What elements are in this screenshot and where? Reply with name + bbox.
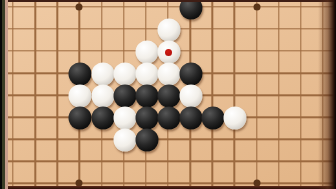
intersection-8-11[interactable] [157, 150, 179, 172]
intersection-4-7[interactable] [68, 62, 90, 84]
intersection-5-6[interactable] [90, 40, 112, 62]
white-stone [91, 63, 114, 86]
intersection-10-11[interactable] [201, 150, 223, 172]
black-stone [180, 63, 203, 86]
intersection-8-10[interactable] [157, 128, 179, 150]
intersection-11-4[interactable] [223, 0, 245, 18]
intersection-13-5[interactable] [268, 18, 290, 40]
intersection-3-7[interactable] [46, 62, 68, 84]
intersection-3-5[interactable] [46, 18, 68, 40]
black-stone [180, 107, 203, 130]
intersection-2-10[interactable] [24, 128, 46, 150]
board-frame-top [0, 0, 336, 2]
intersection-5-8[interactable] [90, 84, 112, 106]
intersection-7-7[interactable] [135, 62, 157, 84]
intersection-9-6[interactable] [179, 40, 201, 62]
intersection-13-9[interactable] [268, 106, 290, 128]
intersection-4-9[interactable] [68, 106, 90, 128]
white-stone [180, 85, 203, 108]
intersection-5-10[interactable] [90, 128, 112, 150]
intersection-10-6[interactable] [201, 40, 223, 62]
black-stone [91, 107, 114, 130]
intersection-12-5[interactable] [245, 18, 267, 40]
intersection-12-7[interactable] [245, 62, 267, 84]
intersection-3-8[interactable] [46, 84, 68, 106]
intersection-5-11[interactable] [90, 150, 112, 172]
white-stone [113, 63, 136, 86]
white-stone [69, 85, 92, 108]
intersection-8-4[interactable] [157, 0, 179, 18]
intersection-9-9[interactable] [179, 106, 201, 128]
white-stone [157, 41, 180, 64]
intersection-10-7[interactable] [201, 62, 223, 84]
intersection-10-10[interactable] [201, 128, 223, 150]
intersection-7-6[interactable] [135, 40, 157, 62]
intersection-9-8[interactable] [179, 84, 201, 106]
star-point [164, 92, 171, 99]
white-stone [157, 19, 180, 42]
intersection-14-4[interactable] [290, 0, 312, 18]
black-stone [157, 107, 180, 130]
black-stone [180, 0, 203, 20]
intersection-12-11[interactable] [245, 150, 267, 172]
board-frame-left-highlight [5, 0, 8, 189]
intersection-11-9[interactable] [223, 106, 245, 128]
black-stone [69, 63, 92, 86]
intersection-13-4[interactable] [268, 0, 290, 18]
intersection-10-8[interactable] [201, 84, 223, 106]
intersection-12-8[interactable] [245, 84, 267, 106]
intersection-6-6[interactable] [113, 40, 135, 62]
intersection-11-7[interactable] [223, 62, 245, 84]
black-stone [135, 85, 158, 108]
intersection-8-7[interactable] [157, 62, 179, 84]
intersection-7-5[interactable] [135, 18, 157, 40]
black-stone [69, 107, 92, 130]
white-stone [91, 85, 114, 108]
white-stone [113, 107, 136, 130]
board-frame-bottom [0, 186, 336, 189]
intersection-12-9[interactable] [245, 106, 267, 128]
intersection-4-10[interactable] [68, 128, 90, 150]
intersection-11-8[interactable] [223, 84, 245, 106]
intersection-4-11[interactable] [68, 150, 90, 172]
intersection-2-7[interactable] [24, 62, 46, 84]
intersection-3-4[interactable] [46, 0, 68, 18]
intersection-7-10[interactable] [135, 128, 157, 150]
intersection-3-10[interactable] [46, 128, 68, 150]
intersection-8-9[interactable] [157, 106, 179, 128]
board-grid [2, 0, 334, 189]
intersection-6-5[interactable] [113, 18, 135, 40]
intersection-14-11[interactable] [290, 150, 312, 172]
intersection-5-5[interactable] [90, 18, 112, 40]
intersection-2-9[interactable] [24, 106, 46, 128]
intersection-2-4[interactable] [24, 0, 46, 18]
intersection-11-10[interactable] [223, 128, 245, 150]
intersection-4-4[interactable] [68, 0, 90, 18]
intersection-10-5[interactable] [201, 18, 223, 40]
intersection-3-6[interactable] [46, 40, 68, 62]
intersection-10-9[interactable] [201, 106, 223, 128]
intersection-4-8[interactable] [68, 84, 90, 106]
intersection-3-9[interactable] [46, 106, 68, 128]
star-point [253, 4, 260, 11]
intersection-11-6[interactable] [223, 40, 245, 62]
intersection-9-5[interactable] [179, 18, 201, 40]
intersection-13-10[interactable] [268, 128, 290, 150]
intersection-14-5[interactable] [290, 18, 312, 40]
intersection-6-7[interactable] [113, 62, 135, 84]
intersection-9-7[interactable] [179, 62, 201, 84]
intersection-13-11[interactable] [268, 150, 290, 172]
intersection-8-5[interactable] [157, 18, 179, 40]
intersection-7-8[interactable] [135, 84, 157, 106]
intersection-8-8[interactable] [157, 84, 179, 106]
intersection-4-6[interactable] [68, 40, 90, 62]
intersection-5-4[interactable] [90, 0, 112, 18]
intersection-2-8[interactable] [24, 84, 46, 106]
intersection-6-11[interactable] [113, 150, 135, 172]
white-stone [113, 129, 136, 152]
black-stone [135, 129, 158, 152]
intersection-13-8[interactable] [268, 84, 290, 106]
black-stone [135, 107, 158, 130]
intersection-7-11[interactable] [135, 150, 157, 172]
intersection-6-10[interactable] [113, 128, 135, 150]
intersection-13-6[interactable] [268, 40, 290, 62]
white-stone [157, 63, 180, 86]
black-stone [202, 107, 225, 130]
intersection-6-9[interactable] [113, 106, 135, 128]
intersection-13-7[interactable] [268, 62, 290, 84]
intersection-14-8[interactable] [290, 84, 312, 106]
black-stone [113, 85, 136, 108]
intersection-12-4[interactable] [245, 0, 267, 18]
gomoku-board [0, 0, 336, 189]
last-move-marker [165, 49, 172, 56]
intersection-11-5[interactable] [223, 18, 245, 40]
star-point [76, 4, 83, 11]
intersection-6-4[interactable] [113, 0, 135, 18]
intersection-3-11[interactable] [46, 150, 68, 172]
intersection-5-7[interactable] [90, 62, 112, 84]
intersection-10-4[interactable] [201, 0, 223, 18]
intersection-12-10[interactable] [245, 128, 267, 150]
intersection-6-8[interactable] [113, 84, 135, 106]
intersection-11-11[interactable] [223, 150, 245, 172]
intersection-14-9[interactable] [290, 106, 312, 128]
white-stone [135, 63, 158, 86]
intersection-9-10[interactable] [179, 128, 201, 150]
intersection-7-4[interactable] [135, 0, 157, 18]
intersection-4-5[interactable] [68, 18, 90, 40]
intersection-9-11[interactable] [179, 150, 201, 172]
intersection-12-6[interactable] [245, 40, 267, 62]
intersection-2-6[interactable] [24, 40, 46, 62]
intersection-2-11[interactable] [24, 150, 46, 172]
intersection-8-6[interactable] [157, 40, 179, 62]
intersection-9-4[interactable] [179, 0, 201, 18]
intersection-5-9[interactable] [90, 106, 112, 128]
board-frame-right-shadow [318, 0, 336, 189]
intersection-2-5[interactable] [24, 18, 46, 40]
intersection-14-6[interactable] [290, 40, 312, 62]
white-stone [135, 41, 158, 64]
intersection-7-9[interactable] [135, 106, 157, 128]
intersection-14-7[interactable] [290, 62, 312, 84]
intersection-14-10[interactable] [290, 128, 312, 150]
white-stone [224, 107, 247, 130]
